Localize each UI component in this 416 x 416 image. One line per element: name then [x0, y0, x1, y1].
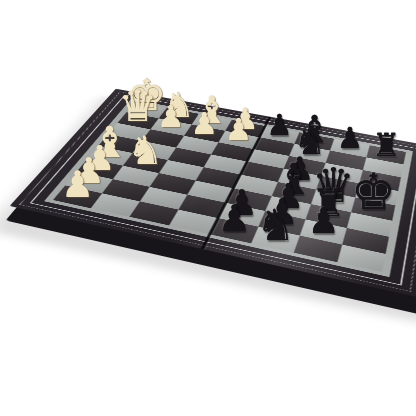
piece-black-pawn-g2: ♟	[308, 203, 340, 238]
piece-white-pawn-c7: ♟	[191, 109, 218, 139]
piece-white-pawn-d7: ♟	[226, 115, 253, 145]
piece-black-pawn-e1: ♟	[218, 201, 251, 238]
piece-black-pawn-e8: ♟	[267, 111, 293, 140]
piece-black-king-h4: ♚	[351, 168, 396, 218]
piece-white-pawn-a1: ♟	[61, 167, 94, 204]
pieces-layer: ♚♞♝♟♟♝♟♜♛♟♟♟♞♟♝♞♝♛♚♟♟♜♟♟♟♟♟♟♞	[0, 0, 416, 416]
product-photo-stage: ♚♞♝♟♟♝♟♜♛♟♟♟♞♟♝♞♝♛♚♟♟♜♟♟♟♟♟♟♞	[0, 0, 416, 416]
piece-black-knight-f1: ♞	[256, 204, 295, 247]
piece-black-pawn-g8: ♟	[337, 124, 363, 153]
piece-white-knight-b4: ♞	[128, 131, 163, 170]
piece-black-rook-h8: ♜	[372, 129, 401, 161]
